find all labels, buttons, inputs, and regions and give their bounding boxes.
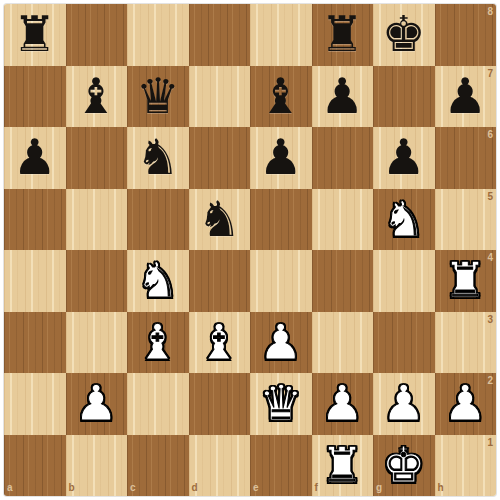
black-knight[interactable]: ♞ bbox=[189, 189, 251, 251]
square-b5[interactable] bbox=[66, 189, 128, 251]
square-h8[interactable]: 8 bbox=[435, 4, 497, 66]
square-g3[interactable] bbox=[373, 312, 435, 374]
black-pawn[interactable]: ♟ bbox=[435, 66, 497, 128]
black-rook[interactable]: ♜ bbox=[312, 4, 374, 66]
square-e4[interactable] bbox=[250, 250, 312, 312]
file-label-b: b bbox=[69, 483, 75, 493]
square-f1[interactable]: f♜ bbox=[312, 435, 374, 497]
rank-label-3: 3 bbox=[487, 315, 493, 325]
square-e1[interactable]: e bbox=[250, 435, 312, 497]
square-a3[interactable] bbox=[4, 312, 66, 374]
square-h4[interactable]: 4♜ bbox=[435, 250, 497, 312]
square-e5[interactable] bbox=[250, 189, 312, 251]
black-queen[interactable]: ♛ bbox=[127, 66, 189, 128]
square-f2[interactable]: ♟ bbox=[312, 373, 374, 435]
square-h5[interactable]: 5 bbox=[435, 189, 497, 251]
white-knight[interactable]: ♞ bbox=[373, 189, 435, 251]
square-d7[interactable] bbox=[189, 66, 251, 128]
square-h7[interactable]: 7♟ bbox=[435, 66, 497, 128]
chess-board: ♜♜♚8♝♛♝♟7♟♟♞♟♟6♞♞5♞4♜♝♝♟3♟♛♟♟2♟abcdef♜g♚… bbox=[4, 4, 496, 496]
square-e7[interactable]: ♝ bbox=[250, 66, 312, 128]
black-rook[interactable]: ♜ bbox=[4, 4, 66, 66]
square-e2[interactable]: ♛ bbox=[250, 373, 312, 435]
square-f4[interactable] bbox=[312, 250, 374, 312]
square-g2[interactable]: ♟ bbox=[373, 373, 435, 435]
black-bishop[interactable]: ♝ bbox=[250, 66, 312, 128]
white-king[interactable]: ♚ bbox=[373, 435, 435, 497]
square-d5[interactable]: ♞ bbox=[189, 189, 251, 251]
white-pawn[interactable]: ♟ bbox=[312, 373, 374, 435]
black-pawn[interactable]: ♟ bbox=[4, 127, 66, 189]
square-f6[interactable] bbox=[312, 127, 374, 189]
square-h2[interactable]: 2♟ bbox=[435, 373, 497, 435]
white-pawn[interactable]: ♟ bbox=[435, 373, 497, 435]
square-g8[interactable]: ♚ bbox=[373, 4, 435, 66]
black-king[interactable]: ♚ bbox=[373, 4, 435, 66]
square-b8[interactable] bbox=[66, 4, 128, 66]
square-h3[interactable]: 3 bbox=[435, 312, 497, 374]
square-c5[interactable] bbox=[127, 189, 189, 251]
square-e6[interactable]: ♟ bbox=[250, 127, 312, 189]
white-pawn[interactable]: ♟ bbox=[250, 312, 312, 374]
square-a2[interactable] bbox=[4, 373, 66, 435]
white-bishop[interactable]: ♝ bbox=[189, 312, 251, 374]
black-pawn[interactable]: ♟ bbox=[373, 127, 435, 189]
square-d2[interactable] bbox=[189, 373, 251, 435]
rank-label-5: 5 bbox=[487, 192, 493, 202]
square-b2[interactable]: ♟ bbox=[66, 373, 128, 435]
white-rook[interactable]: ♜ bbox=[435, 250, 497, 312]
square-a8[interactable]: ♜ bbox=[4, 4, 66, 66]
square-g4[interactable] bbox=[373, 250, 435, 312]
square-c2[interactable] bbox=[127, 373, 189, 435]
black-pawn[interactable]: ♟ bbox=[312, 66, 374, 128]
square-f8[interactable]: ♜ bbox=[312, 4, 374, 66]
square-c4[interactable]: ♞ bbox=[127, 250, 189, 312]
square-b6[interactable] bbox=[66, 127, 128, 189]
square-h6[interactable]: 6 bbox=[435, 127, 497, 189]
square-e8[interactable] bbox=[250, 4, 312, 66]
square-h1[interactable]: 1h bbox=[435, 435, 497, 497]
square-d1[interactable]: d bbox=[189, 435, 251, 497]
white-rook[interactable]: ♜ bbox=[312, 435, 374, 497]
rank-label-1: 1 bbox=[487, 438, 493, 448]
white-bishop[interactable]: ♝ bbox=[127, 312, 189, 374]
square-c3[interactable]: ♝ bbox=[127, 312, 189, 374]
square-b1[interactable]: b bbox=[66, 435, 128, 497]
white-knight[interactable]: ♞ bbox=[127, 250, 189, 312]
square-b7[interactable]: ♝ bbox=[66, 66, 128, 128]
square-d8[interactable] bbox=[189, 4, 251, 66]
square-c1[interactable]: c bbox=[127, 435, 189, 497]
white-pawn[interactable]: ♟ bbox=[373, 373, 435, 435]
black-pawn[interactable]: ♟ bbox=[250, 127, 312, 189]
file-label-c: c bbox=[130, 483, 136, 493]
square-g1[interactable]: g♚ bbox=[373, 435, 435, 497]
square-g7[interactable] bbox=[373, 66, 435, 128]
white-pawn[interactable]: ♟ bbox=[66, 373, 128, 435]
rank-label-8: 8 bbox=[487, 7, 493, 17]
square-f5[interactable] bbox=[312, 189, 374, 251]
square-e3[interactable]: ♟ bbox=[250, 312, 312, 374]
square-b3[interactable] bbox=[66, 312, 128, 374]
square-f7[interactable]: ♟ bbox=[312, 66, 374, 128]
square-d6[interactable] bbox=[189, 127, 251, 189]
square-a7[interactable] bbox=[4, 66, 66, 128]
square-g5[interactable]: ♞ bbox=[373, 189, 435, 251]
black-knight[interactable]: ♞ bbox=[127, 127, 189, 189]
square-a6[interactable]: ♟ bbox=[4, 127, 66, 189]
square-d4[interactable] bbox=[189, 250, 251, 312]
file-label-d: d bbox=[192, 483, 198, 493]
square-a1[interactable]: a bbox=[4, 435, 66, 497]
file-label-e: e bbox=[253, 483, 259, 493]
square-g6[interactable]: ♟ bbox=[373, 127, 435, 189]
square-a4[interactable] bbox=[4, 250, 66, 312]
square-c6[interactable]: ♞ bbox=[127, 127, 189, 189]
square-b4[interactable] bbox=[66, 250, 128, 312]
file-label-h: h bbox=[438, 483, 444, 493]
square-d3[interactable]: ♝ bbox=[189, 312, 251, 374]
square-f3[interactable] bbox=[312, 312, 374, 374]
black-bishop[interactable]: ♝ bbox=[66, 66, 128, 128]
square-c7[interactable]: ♛ bbox=[127, 66, 189, 128]
file-label-a: a bbox=[7, 483, 13, 493]
square-c8[interactable] bbox=[127, 4, 189, 66]
rank-label-6: 6 bbox=[487, 130, 493, 140]
white-queen[interactable]: ♛ bbox=[250, 373, 312, 435]
square-a5[interactable] bbox=[4, 189, 66, 251]
